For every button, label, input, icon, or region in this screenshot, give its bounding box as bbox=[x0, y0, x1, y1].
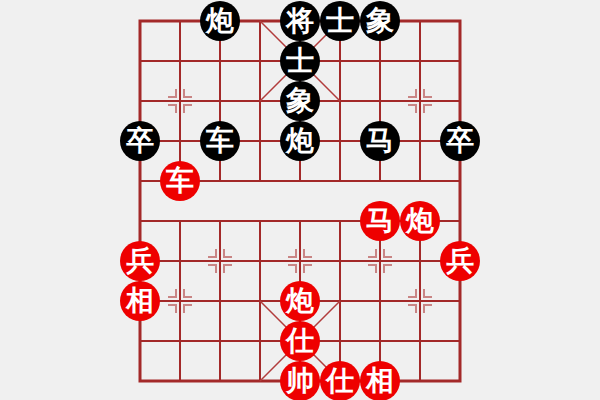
point-7-6[interactable] bbox=[400, 241, 440, 281]
point-6-7[interactable] bbox=[360, 281, 400, 321]
red-cannon[interactable]: 炮 bbox=[400, 201, 440, 241]
black-soldier[interactable]: 卒 bbox=[120, 121, 160, 161]
point-2-5[interactable] bbox=[200, 201, 240, 241]
red-elephant[interactable]: 相 bbox=[120, 281, 160, 321]
point-3-9[interactable] bbox=[240, 361, 280, 400]
point-8-5[interactable] bbox=[440, 201, 480, 241]
point-7-8[interactable] bbox=[400, 321, 440, 361]
black-cannon[interactable]: 炮 bbox=[200, 1, 240, 41]
point-8-1[interactable] bbox=[440, 41, 480, 81]
point-3-4[interactable] bbox=[240, 161, 280, 201]
point-0-0[interactable] bbox=[120, 1, 160, 41]
point-6-4[interactable] bbox=[360, 161, 400, 201]
point-3-6[interactable] bbox=[240, 241, 280, 281]
point-5-4[interactable] bbox=[320, 161, 360, 201]
point-1-6[interactable] bbox=[160, 241, 200, 281]
red-cannon[interactable]: 炮 bbox=[280, 281, 320, 321]
point-5-2[interactable] bbox=[320, 81, 360, 121]
point-0-8[interactable] bbox=[120, 321, 160, 361]
point-3-0[interactable] bbox=[240, 1, 280, 41]
point-4-0[interactable]: 将 bbox=[280, 1, 320, 41]
point-2-9[interactable] bbox=[200, 361, 240, 400]
point-2-8[interactable] bbox=[200, 321, 240, 361]
point-1-2[interactable] bbox=[160, 81, 200, 121]
point-4-5[interactable] bbox=[280, 201, 320, 241]
red-advisor[interactable]: 仕 bbox=[280, 321, 320, 361]
point-4-8[interactable]: 仕 bbox=[280, 321, 320, 361]
point-4-1[interactable]: 士 bbox=[280, 41, 320, 81]
point-0-7[interactable]: 相 bbox=[120, 281, 160, 321]
black-horse[interactable]: 马 bbox=[360, 121, 400, 161]
point-0-9[interactable] bbox=[120, 361, 160, 400]
point-6-8[interactable] bbox=[360, 321, 400, 361]
point-1-5[interactable] bbox=[160, 201, 200, 241]
black-elephant[interactable]: 象 bbox=[280, 81, 320, 121]
point-0-4[interactable] bbox=[120, 161, 160, 201]
point-8-0[interactable] bbox=[440, 1, 480, 41]
black-advisor[interactable]: 士 bbox=[320, 1, 360, 41]
point-8-9[interactable] bbox=[440, 361, 480, 400]
point-2-4[interactable] bbox=[200, 161, 240, 201]
point-2-7[interactable] bbox=[200, 281, 240, 321]
red-chariot[interactable]: 车 bbox=[160, 161, 200, 201]
point-0-3[interactable]: 卒 bbox=[120, 121, 160, 161]
point-8-7[interactable] bbox=[440, 281, 480, 321]
point-3-5[interactable] bbox=[240, 201, 280, 241]
point-6-3[interactable]: 马 bbox=[360, 121, 400, 161]
point-0-5[interactable] bbox=[120, 201, 160, 241]
point-1-9[interactable] bbox=[160, 361, 200, 400]
point-7-4[interactable] bbox=[400, 161, 440, 201]
point-5-1[interactable] bbox=[320, 41, 360, 81]
point-1-3[interactable] bbox=[160, 121, 200, 161]
red-horse[interactable]: 马 bbox=[360, 201, 400, 241]
point-5-0[interactable]: 士 bbox=[320, 1, 360, 41]
point-0-2[interactable] bbox=[120, 81, 160, 121]
point-6-5[interactable]: 马 bbox=[360, 201, 400, 241]
point-5-8[interactable] bbox=[320, 321, 360, 361]
point-7-9[interactable] bbox=[400, 361, 440, 400]
point-7-0[interactable] bbox=[400, 1, 440, 41]
point-7-7[interactable] bbox=[400, 281, 440, 321]
point-7-3[interactable] bbox=[400, 121, 440, 161]
point-2-6[interactable] bbox=[200, 241, 240, 281]
point-7-1[interactable] bbox=[400, 41, 440, 81]
point-6-6[interactable] bbox=[360, 241, 400, 281]
point-3-2[interactable] bbox=[240, 81, 280, 121]
point-8-3[interactable]: 卒 bbox=[440, 121, 480, 161]
point-1-4[interactable]: 车 bbox=[160, 161, 200, 201]
point-5-6[interactable] bbox=[320, 241, 360, 281]
point-2-0[interactable]: 炮 bbox=[200, 1, 240, 41]
point-1-8[interactable] bbox=[160, 321, 200, 361]
point-1-7[interactable] bbox=[160, 281, 200, 321]
red-advisor[interactable]: 仕 bbox=[320, 361, 360, 400]
point-0-1[interactable] bbox=[120, 41, 160, 81]
black-soldier[interactable]: 卒 bbox=[440, 121, 480, 161]
point-6-2[interactable] bbox=[360, 81, 400, 121]
point-8-4[interactable] bbox=[440, 161, 480, 201]
point-4-9[interactable]: 帅 bbox=[280, 361, 320, 400]
point-7-5[interactable]: 炮 bbox=[400, 201, 440, 241]
xiangqi-board: 炮将士象士象卒车炮马卒车马炮兵兵相炮仕帅仕相 bbox=[0, 0, 600, 400]
point-3-8[interactable] bbox=[240, 321, 280, 361]
point-7-2[interactable] bbox=[400, 81, 440, 121]
point-1-0[interactable] bbox=[160, 1, 200, 41]
point-4-3[interactable]: 炮 bbox=[280, 121, 320, 161]
red-soldier[interactable]: 兵 bbox=[120, 241, 160, 281]
point-6-1[interactable] bbox=[360, 41, 400, 81]
point-6-0[interactable]: 象 bbox=[360, 1, 400, 41]
black-chariot[interactable]: 车 bbox=[200, 121, 240, 161]
black-general[interactable]: 将 bbox=[280, 1, 320, 41]
point-1-1[interactable] bbox=[160, 41, 200, 81]
point-5-5[interactable] bbox=[320, 201, 360, 241]
black-advisor[interactable]: 士 bbox=[280, 41, 320, 81]
point-4-4[interactable] bbox=[280, 161, 320, 201]
point-4-7[interactable]: 炮 bbox=[280, 281, 320, 321]
red-general[interactable]: 帅 bbox=[280, 361, 320, 400]
point-3-3[interactable] bbox=[240, 121, 280, 161]
board-grid: 炮将士象士象卒车炮马卒车马炮兵兵相炮仕帅仕相 bbox=[120, 1, 480, 400]
point-8-6[interactable]: 兵 bbox=[440, 241, 480, 281]
red-soldier[interactable]: 兵 bbox=[440, 241, 480, 281]
point-4-6[interactable] bbox=[280, 241, 320, 281]
point-8-8[interactable] bbox=[440, 321, 480, 361]
point-5-9[interactable]: 仕 bbox=[320, 361, 360, 400]
point-4-2[interactable]: 象 bbox=[280, 81, 320, 121]
point-0-6[interactable]: 兵 bbox=[120, 241, 160, 281]
black-cannon[interactable]: 炮 bbox=[280, 121, 320, 161]
point-3-7[interactable] bbox=[240, 281, 280, 321]
point-2-1[interactable] bbox=[200, 41, 240, 81]
point-6-9[interactable]: 相 bbox=[360, 361, 400, 400]
point-2-2[interactable] bbox=[200, 81, 240, 121]
point-8-2[interactable] bbox=[440, 81, 480, 121]
point-5-7[interactable] bbox=[320, 281, 360, 321]
black-elephant[interactable]: 象 bbox=[360, 1, 400, 41]
point-3-1[interactable] bbox=[240, 41, 280, 81]
point-5-3[interactable] bbox=[320, 121, 360, 161]
red-elephant[interactable]: 相 bbox=[360, 361, 400, 400]
point-2-3[interactable]: 车 bbox=[200, 121, 240, 161]
